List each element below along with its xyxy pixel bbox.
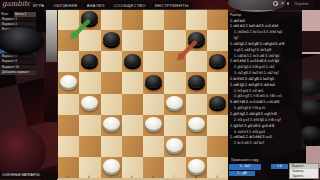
white-man-f2[interactable] — [166, 138, 183, 152]
black-man-h4[interactable] — [209, 96, 226, 110]
square-e6 — [143, 51, 164, 72]
square-e5[interactable] — [143, 72, 164, 93]
variant-chip-2[interactable]: 1-й — [271, 164, 288, 169]
variants-panel-header: Игра Часть 1 — [0, 12, 36, 17]
square-f7 — [164, 30, 185, 51]
add-variant-button[interactable]: Добавить вариант — [0, 70, 36, 75]
square-g5[interactable] — [186, 72, 207, 93]
topbar-icons: × Перейти — [273, 1, 308, 6]
square-a2 — [58, 136, 79, 157]
square-g8 — [186, 9, 207, 30]
square-c6 — [101, 51, 122, 72]
square-c4 — [101, 94, 122, 115]
square-f6[interactable] — [164, 51, 185, 72]
square-h3 — [207, 115, 228, 136]
move-list: 1. ab4 ba51. ab4 dc5 2. ba3 cb4 3. a:c5 … — [230, 19, 300, 148]
square-f4[interactable] — [164, 94, 185, 115]
close-icon[interactable]: × — [281, 1, 284, 6]
square-h2[interactable] — [207, 136, 228, 157]
square-c3[interactable] — [101, 115, 122, 136]
board-grid — [58, 9, 228, 178]
square-e4 — [143, 94, 164, 115]
context-menu: ВариантЗаметкаУдалить — [289, 163, 319, 179]
square-d7 — [122, 30, 143, 51]
search-icon[interactable] — [273, 1, 278, 6]
white-man-c1[interactable] — [103, 159, 120, 173]
square-b8[interactable] — [79, 9, 100, 30]
white-man-f4[interactable] — [166, 96, 183, 110]
square-f1 — [164, 157, 185, 178]
context-menu-item-3[interactable]: Удалить — [290, 174, 318, 179]
square-d2[interactable] — [122, 136, 143, 157]
square-e3[interactable] — [143, 115, 164, 136]
top-nav-bar: gambiter ИГРАОБУЧЕНИЕАНАЛИЗСООБЩЕСТВОИНС… — [0, 0, 320, 10]
square-g6 — [186, 51, 207, 72]
notification-icon[interactable] — [287, 2, 290, 5]
menu-item-4[interactable]: СООБЩЕСТВО — [111, 2, 149, 9]
coord-e: e — [152, 175, 154, 179]
square-a4 — [58, 94, 79, 115]
square-h5 — [207, 72, 228, 93]
main-menu: ИГРАОБУЧЕНИЕАНАЛИЗСООБЩЕСТВОИНСТРУМЕНТЫ — [30, 2, 192, 9]
notes-header: Примечания к ходу — [231, 158, 258, 162]
bottom-caption: ОСНОВНЫЕ ВАРИАНТЫ — [0, 172, 58, 179]
black-man-h6[interactable] — [209, 54, 226, 68]
square-e2 — [143, 136, 164, 157]
background-pink-squares — [302, 10, 320, 54]
square-c5[interactable] — [101, 72, 122, 93]
menu-item-5[interactable]: ИНСТРУМЕНТЫ — [152, 2, 192, 9]
square-f8[interactable] — [164, 9, 185, 30]
square-b3 — [79, 115, 100, 136]
board-bottom-edge — [57, 178, 228, 180]
square-h6[interactable] — [207, 51, 228, 72]
square-a8 — [58, 9, 79, 30]
coord-c: c — [109, 175, 111, 179]
square-c8 — [101, 9, 122, 30]
move-line-22[interactable]: 2. bc3 cb6 3. cb2 bc7 — [230, 141, 300, 147]
analysis-title: Разбор — [230, 13, 241, 17]
square-f5 — [164, 72, 185, 93]
square-a3[interactable] — [58, 115, 79, 136]
square-d6[interactable] — [122, 51, 143, 72]
variant-chip-1[interactable]: 1... ba7 — [229, 164, 261, 170]
variants-header-left: Игра — [0, 12, 14, 17]
square-d4[interactable] — [122, 94, 143, 115]
black-man-e5[interactable] — [145, 75, 162, 89]
background-dark-strip — [44, 62, 57, 122]
square-e7[interactable] — [143, 30, 164, 51]
menu-item-1[interactable]: ИГРА — [30, 2, 47, 9]
square-a1[interactable] — [58, 157, 79, 178]
square-a6 — [58, 51, 79, 72]
square-b7 — [79, 30, 100, 51]
square-g3[interactable] — [186, 115, 207, 136]
coord-f: f — [174, 175, 175, 179]
square-a5[interactable] — [58, 72, 79, 93]
square-h8[interactable] — [207, 9, 228, 30]
coord-b: b — [88, 175, 90, 179]
coord-a: a — [67, 175, 69, 179]
square-c1[interactable] — [101, 157, 122, 178]
square-c2 — [101, 136, 122, 157]
app-window: gambiter ИГРАОБУЧЕНИЕАНАЛИЗСООБЩЕСТВОИНС… — [0, 0, 320, 180]
square-b2[interactable] — [79, 136, 100, 157]
menu-item-3[interactable]: АНАЛИЗ — [84, 2, 108, 9]
coord-h: h — [216, 175, 218, 179]
white-man-a5[interactable] — [60, 75, 77, 89]
background-black-checker-3 — [300, 126, 320, 141]
coord-d: d — [131, 175, 133, 179]
square-a7[interactable] — [58, 30, 79, 51]
square-d5 — [122, 72, 143, 93]
square-b6[interactable] — [79, 51, 100, 72]
square-f2[interactable] — [164, 136, 185, 157]
black-man-g7[interactable] — [188, 32, 205, 46]
square-f3 — [164, 115, 185, 136]
black-man-d6[interactable] — [124, 54, 141, 68]
variants-header-right: Часть 1 — [14, 12, 36, 17]
black-man-c7[interactable] — [103, 32, 120, 46]
square-b5 — [79, 72, 100, 93]
square-e8 — [143, 9, 164, 30]
white-man-b4[interactable] — [81, 96, 98, 110]
white-man-g1[interactable] — [188, 159, 205, 173]
white-man-c3[interactable] — [103, 117, 120, 131]
black-man-b8[interactable] — [81, 11, 98, 25]
square-g2 — [186, 136, 207, 157]
square-b4[interactable] — [79, 94, 100, 115]
variant-chip-3[interactable]: 1... gf6 — [229, 171, 255, 176]
square-g4 — [186, 94, 207, 115]
topbar-link[interactable]: Перейти — [294, 2, 308, 6]
square-g7[interactable] — [186, 30, 207, 51]
square-d8[interactable] — [122, 9, 143, 30]
black-man-b6[interactable] — [81, 54, 98, 68]
white-man-g3[interactable] — [188, 117, 205, 131]
square-h4[interactable] — [207, 94, 228, 115]
analysis-panel: Разбор 1. ab4 ba51. ab4 dc5 2. ba3 cb4 3… — [228, 12, 302, 180]
white-man-e3[interactable] — [145, 117, 162, 131]
menu-item-2[interactable]: ОБУЧЕНИЕ — [50, 2, 80, 9]
black-man-g5[interactable] — [188, 75, 205, 89]
square-c7[interactable] — [101, 30, 122, 51]
checkers-board — [57, 9, 228, 178]
coord-g: g — [195, 175, 197, 179]
square-h7 — [207, 30, 228, 51]
square-d3 — [122, 115, 143, 136]
